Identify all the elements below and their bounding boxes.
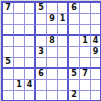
cell-r8c5[interactable] — [47, 80, 58, 91]
cell-r4c2[interactable] — [14, 36, 25, 47]
cell-r6c8[interactable] — [80, 58, 91, 69]
cell-r4c8[interactable]: 1 — [80, 36, 91, 47]
cell-r1c8[interactable] — [80, 3, 91, 14]
cell-r9c7[interactable]: 2 — [69, 91, 80, 100]
cell-r8c9[interactable] — [91, 80, 100, 91]
cell-r5c7[interactable] — [69, 47, 80, 58]
cell-r9c8[interactable] — [80, 91, 91, 100]
cell-r5c2[interactable] — [14, 47, 25, 58]
cell-r9c6[interactable] — [58, 91, 69, 100]
cell-r5c9[interactable]: 9 — [91, 47, 100, 58]
cell-r2c4[interactable] — [36, 14, 47, 25]
cell-r8c8[interactable] — [80, 80, 91, 91]
cell-r3c1[interactable] — [3, 25, 14, 36]
cell-r6c4[interactable] — [36, 58, 47, 69]
cell-r1c4[interactable]: 5 — [36, 3, 47, 14]
cell-r6c5[interactable] — [47, 58, 58, 69]
cell-r7c6[interactable] — [58, 69, 69, 80]
cell-r6c2[interactable] — [14, 58, 25, 69]
cell-r4c9[interactable]: 4 — [91, 36, 100, 47]
cell-r6c9[interactable] — [91, 58, 100, 69]
cell-r7c4[interactable]: 6 — [36, 69, 47, 80]
cell-r9c5[interactable] — [47, 91, 58, 100]
cell-r1c2[interactable] — [14, 3, 25, 14]
cell-r8c6[interactable] — [58, 80, 69, 91]
cell-r8c1[interactable] — [3, 80, 14, 91]
cell-r7c9[interactable] — [91, 69, 100, 80]
cell-r2c2[interactable] — [14, 14, 25, 25]
cell-r9c2[interactable] — [14, 91, 25, 100]
cell-r2c9[interactable] — [91, 14, 100, 25]
cell-r4c4[interactable] — [36, 36, 47, 47]
cell-r2c8[interactable] — [80, 14, 91, 25]
cell-r5c6[interactable] — [58, 47, 69, 58]
cell-r3c4[interactable] — [36, 25, 47, 36]
cell-r3c7[interactable] — [69, 25, 80, 36]
cell-r7c3[interactable] — [25, 69, 36, 80]
cell-r2c7[interactable] — [69, 14, 80, 25]
cell-r3c3[interactable] — [25, 25, 36, 36]
cell-r7c2[interactable] — [14, 69, 25, 80]
cell-r5c3[interactable] — [25, 47, 36, 58]
cell-r1c5[interactable] — [47, 3, 58, 14]
cell-r6c1[interactable]: 5 — [3, 58, 14, 69]
cell-r4c7[interactable] — [69, 36, 80, 47]
cell-r9c9[interactable] — [91, 91, 100, 100]
cell-r1c9[interactable] — [91, 3, 100, 14]
cell-r5c4[interactable]: 3 — [36, 47, 47, 58]
page-background: 75691814395657142 — [0, 0, 101, 101]
cell-r9c1[interactable] — [3, 91, 14, 100]
cell-r4c1[interactable] — [3, 36, 14, 47]
cell-r5c8[interactable] — [80, 47, 91, 58]
cell-r8c4[interactable] — [36, 80, 47, 91]
cell-r7c8[interactable]: 7 — [80, 69, 91, 80]
cell-r8c3[interactable]: 4 — [25, 80, 36, 91]
sudoku-board: 75691814395657142 — [1, 1, 101, 101]
cell-r7c5[interactable] — [47, 69, 58, 80]
cell-r3c9[interactable] — [91, 25, 100, 36]
cell-r1c1[interactable]: 7 — [3, 3, 14, 14]
cell-r9c3[interactable] — [25, 91, 36, 100]
cell-r6c6[interactable] — [58, 58, 69, 69]
cell-r3c6[interactable] — [58, 25, 69, 36]
cell-r4c5[interactable]: 8 — [47, 36, 58, 47]
cell-r7c7[interactable]: 5 — [69, 69, 80, 80]
cell-r1c7[interactable]: 6 — [69, 3, 80, 14]
cell-r1c3[interactable] — [25, 3, 36, 14]
cell-r9c4[interactable] — [36, 91, 47, 100]
cell-r6c3[interactable] — [25, 58, 36, 69]
cell-r2c3[interactable] — [25, 14, 36, 25]
cell-r2c5[interactable]: 9 — [47, 14, 58, 25]
cell-r4c3[interactable] — [25, 36, 36, 47]
cell-r2c1[interactable] — [3, 14, 14, 25]
cell-r1c6[interactable] — [58, 3, 69, 14]
cell-r8c2[interactable]: 1 — [14, 80, 25, 91]
cell-r3c2[interactable] — [14, 25, 25, 36]
cell-r3c8[interactable] — [80, 25, 91, 36]
cell-r7c1[interactable] — [3, 69, 14, 80]
cell-r4c6[interactable] — [58, 36, 69, 47]
cell-r3c5[interactable] — [47, 25, 58, 36]
cell-r5c5[interactable] — [47, 47, 58, 58]
cell-r6c7[interactable] — [69, 58, 80, 69]
cell-r2c6[interactable]: 1 — [58, 14, 69, 25]
